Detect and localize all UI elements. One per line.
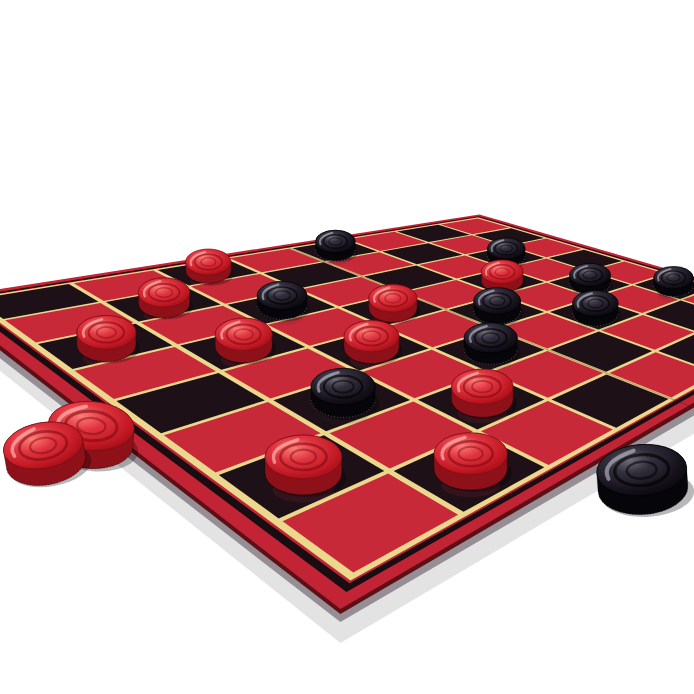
red-checker[interactable] [265, 435, 347, 497]
checker-top [481, 260, 523, 284]
red-checker[interactable] [186, 249, 234, 286]
black-checker[interactable] [474, 288, 524, 326]
red-checker[interactable] [77, 316, 140, 364]
checker-top [464, 323, 517, 353]
black-checker[interactable] [464, 323, 521, 366]
checker-top [215, 318, 272, 351]
checker-top [570, 263, 611, 286]
black-checker[interactable] [257, 281, 310, 321]
black-checker[interactable] [311, 368, 379, 420]
checker-top [474, 288, 521, 315]
red-checker[interactable] [344, 321, 403, 366]
checker-top [487, 238, 525, 260]
checker-top [186, 249, 231, 275]
checker-top [344, 321, 399, 352]
checker-top [654, 266, 694, 289]
checker-top [451, 369, 513, 404]
checker-top [434, 433, 507, 475]
checker-top [77, 316, 136, 350]
red-checker[interactable] [138, 278, 193, 320]
red-checker[interactable] [434, 433, 512, 492]
checker-top [265, 435, 342, 479]
checker-top [369, 285, 417, 312]
black-checker[interactable] [316, 230, 358, 262]
checkers-photo-stage [0, 0, 694, 694]
checkers-scene [0, 0, 694, 694]
black-checker[interactable] [654, 266, 694, 298]
checker-top [316, 230, 356, 253]
checker-top [573, 290, 618, 316]
red-checker[interactable] [215, 318, 276, 364]
red-checker[interactable] [451, 369, 517, 419]
checker-top [311, 368, 375, 405]
red-checker[interactable] [369, 285, 420, 324]
black-checker[interactable] [573, 290, 621, 327]
checker-top [138, 278, 189, 307]
checker-top [257, 281, 307, 309]
